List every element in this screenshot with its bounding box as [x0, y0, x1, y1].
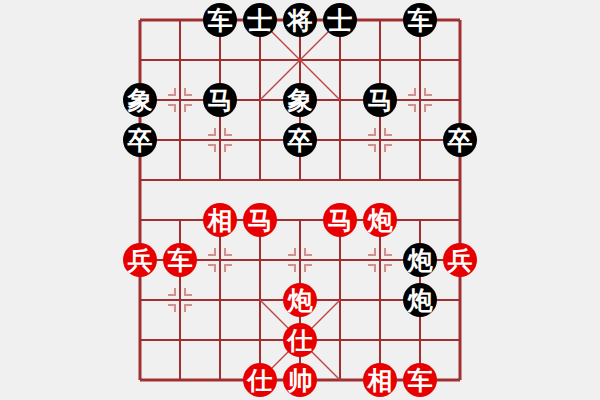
board-point-6-1[interactable] [360, 40, 400, 80]
board-point-0-3[interactable]: 卒 [120, 120, 160, 160]
board-point-5-9[interactable] [320, 360, 360, 400]
piece-red-soldier[interactable]: 兵 [123, 243, 157, 277]
piece-red-chariot[interactable]: 车 [163, 243, 197, 277]
board-point-2-9[interactable] [200, 360, 240, 400]
board-point-5-6[interactable] [320, 240, 360, 280]
board-point-7-8[interactable] [400, 320, 440, 360]
board-point-2-2[interactable]: 马 [200, 80, 240, 120]
piece-red-advisor[interactable]: 仕 [283, 323, 317, 357]
board-point-4-2[interactable]: 象 [280, 80, 320, 120]
board-point-5-8[interactable] [320, 320, 360, 360]
board-point-0-5[interactable] [120, 200, 160, 240]
board-point-4-8[interactable]: 仕 [280, 320, 320, 360]
board-point-2-5[interactable]: 相 [200, 200, 240, 240]
xiangqi-app: 车士将士车象马象马卒卒卒相马马炮兵车炮兵炮炮仕仕帅相车 [0, 0, 600, 400]
board-point-1-7[interactable] [160, 280, 200, 320]
board-point-4-5[interactable] [280, 200, 320, 240]
board-point-8-3[interactable]: 卒 [440, 120, 480, 160]
board-point-3-3[interactable] [240, 120, 280, 160]
board-point-1-6[interactable]: 车 [160, 240, 200, 280]
board-point-3-2[interactable] [240, 80, 280, 120]
board-point-4-6[interactable] [280, 240, 320, 280]
board-point-4-3[interactable]: 卒 [280, 120, 320, 160]
board-point-0-6[interactable]: 兵 [120, 240, 160, 280]
board-point-5-4[interactable] [320, 160, 360, 200]
board-point-0-1[interactable] [120, 40, 160, 80]
board-point-0-8[interactable] [120, 320, 160, 360]
board-point-5-3[interactable] [320, 120, 360, 160]
board-point-2-6[interactable] [200, 240, 240, 280]
piece-red-advisor[interactable]: 仕 [243, 363, 277, 397]
board-point-3-1[interactable] [240, 40, 280, 80]
board-point-6-4[interactable] [360, 160, 400, 200]
board-point-1-0[interactable] [160, 0, 200, 40]
board-point-6-8[interactable] [360, 320, 400, 360]
piece-red-elephant[interactable]: 相 [363, 363, 397, 397]
piece-red-chariot[interactable]: 车 [403, 363, 437, 397]
board-point-1-8[interactable] [160, 320, 200, 360]
piece-red-horse[interactable]: 马 [323, 203, 357, 237]
board-point-3-7[interactable] [240, 280, 280, 320]
board-point-6-3[interactable] [360, 120, 400, 160]
board-point-5-7[interactable] [320, 280, 360, 320]
board-point-6-0[interactable] [360, 0, 400, 40]
board-point-7-3[interactable] [400, 120, 440, 160]
piece-black-elephant[interactable]: 象 [123, 83, 157, 117]
piece-black-soldier[interactable]: 卒 [443, 123, 477, 157]
piece-black-horse[interactable]: 马 [363, 83, 397, 117]
board-point-2-0[interactable]: 车 [200, 0, 240, 40]
board-point-4-9[interactable]: 帅 [280, 360, 320, 400]
board-point-8-6[interactable]: 兵 [440, 240, 480, 280]
board-point-1-3[interactable] [160, 120, 200, 160]
piece-black-cannon[interactable]: 炮 [403, 283, 437, 317]
board-point-8-5[interactable] [440, 200, 480, 240]
board-point-0-2[interactable]: 象 [120, 80, 160, 120]
board-point-7-5[interactable] [400, 200, 440, 240]
board-point-1-2[interactable] [160, 80, 200, 120]
board-point-7-6[interactable]: 炮 [400, 240, 440, 280]
board-point-6-7[interactable] [360, 280, 400, 320]
board-point-8-1[interactable] [440, 40, 480, 80]
board-point-6-6[interactable] [360, 240, 400, 280]
board-point-4-7[interactable]: 炮 [280, 280, 320, 320]
board-point-8-7[interactable] [440, 280, 480, 320]
board-point-2-1[interactable] [200, 40, 240, 80]
board-point-4-1[interactable] [280, 40, 320, 80]
board-point-7-7[interactable]: 炮 [400, 280, 440, 320]
piece-black-horse[interactable]: 马 [203, 83, 237, 117]
board-point-8-9[interactable] [440, 360, 480, 400]
board-point-6-9[interactable]: 相 [360, 360, 400, 400]
board-point-1-1[interactable] [160, 40, 200, 80]
board-point-7-9[interactable]: 车 [400, 360, 440, 400]
piece-black-cannon[interactable]: 炮 [403, 243, 437, 277]
piece-black-general[interactable]: 将 [283, 3, 317, 37]
board-point-0-0[interactable] [120, 0, 160, 40]
board-point-1-4[interactable] [160, 160, 200, 200]
board-point-4-0[interactable]: 将 [280, 0, 320, 40]
board-point-5-5[interactable]: 马 [320, 200, 360, 240]
board-point-3-9[interactable]: 仕 [240, 360, 280, 400]
board-point-7-1[interactable] [400, 40, 440, 80]
board-point-3-0[interactable]: 士 [240, 0, 280, 40]
piece-red-horse[interactable]: 马 [243, 203, 277, 237]
piece-red-elephant[interactable]: 相 [203, 203, 237, 237]
board-point-6-2[interactable]: 马 [360, 80, 400, 120]
board-point-6-5[interactable]: 炮 [360, 200, 400, 240]
board-point-8-2[interactable] [440, 80, 480, 120]
board-point-8-0[interactable] [440, 0, 480, 40]
board-point-0-4[interactable] [120, 160, 160, 200]
board-point-5-2[interactable] [320, 80, 360, 120]
piece-red-cannon[interactable]: 炮 [283, 283, 317, 317]
board-point-4-4[interactable] [280, 160, 320, 200]
piece-black-advisor[interactable]: 士 [243, 3, 277, 37]
piece-red-general[interactable]: 帅 [283, 363, 317, 397]
piece-black-chariot[interactable]: 车 [203, 3, 237, 37]
board-point-7-2[interactable] [400, 80, 440, 120]
board-point-8-8[interactable] [440, 320, 480, 360]
piece-black-soldier[interactable]: 卒 [283, 123, 317, 157]
board-point-0-7[interactable] [120, 280, 160, 320]
board-point-7-0[interactable]: 车 [400, 0, 440, 40]
piece-black-chariot[interactable]: 车 [403, 3, 437, 37]
board-point-1-9[interactable] [160, 360, 200, 400]
board-point-0-9[interactable] [120, 360, 160, 400]
board-point-5-0[interactable]: 士 [320, 0, 360, 40]
board-point-2-3[interactable] [200, 120, 240, 160]
board-point-1-5[interactable] [160, 200, 200, 240]
piece-black-advisor[interactable]: 士 [323, 3, 357, 37]
piece-black-elephant[interactable]: 象 [283, 83, 317, 117]
board-point-8-4[interactable] [440, 160, 480, 200]
board-point-7-4[interactable] [400, 160, 440, 200]
board-point-3-4[interactable] [240, 160, 280, 200]
board-point-3-6[interactable] [240, 240, 280, 280]
piece-red-cannon[interactable]: 炮 [363, 203, 397, 237]
board-point-2-8[interactable] [200, 320, 240, 360]
board-point-5-1[interactable] [320, 40, 360, 80]
piece-black-soldier[interactable]: 卒 [123, 123, 157, 157]
piece-red-soldier[interactable]: 兵 [443, 243, 477, 277]
xiangqi-board[interactable]: 车士将士车象马象马卒卒卒相马马炮兵车炮兵炮炮仕仕帅相车 [120, 0, 480, 400]
board-point-2-4[interactable] [200, 160, 240, 200]
board-point-2-7[interactable] [200, 280, 240, 320]
board-point-3-8[interactable] [240, 320, 280, 360]
board-point-3-5[interactable]: 马 [240, 200, 280, 240]
